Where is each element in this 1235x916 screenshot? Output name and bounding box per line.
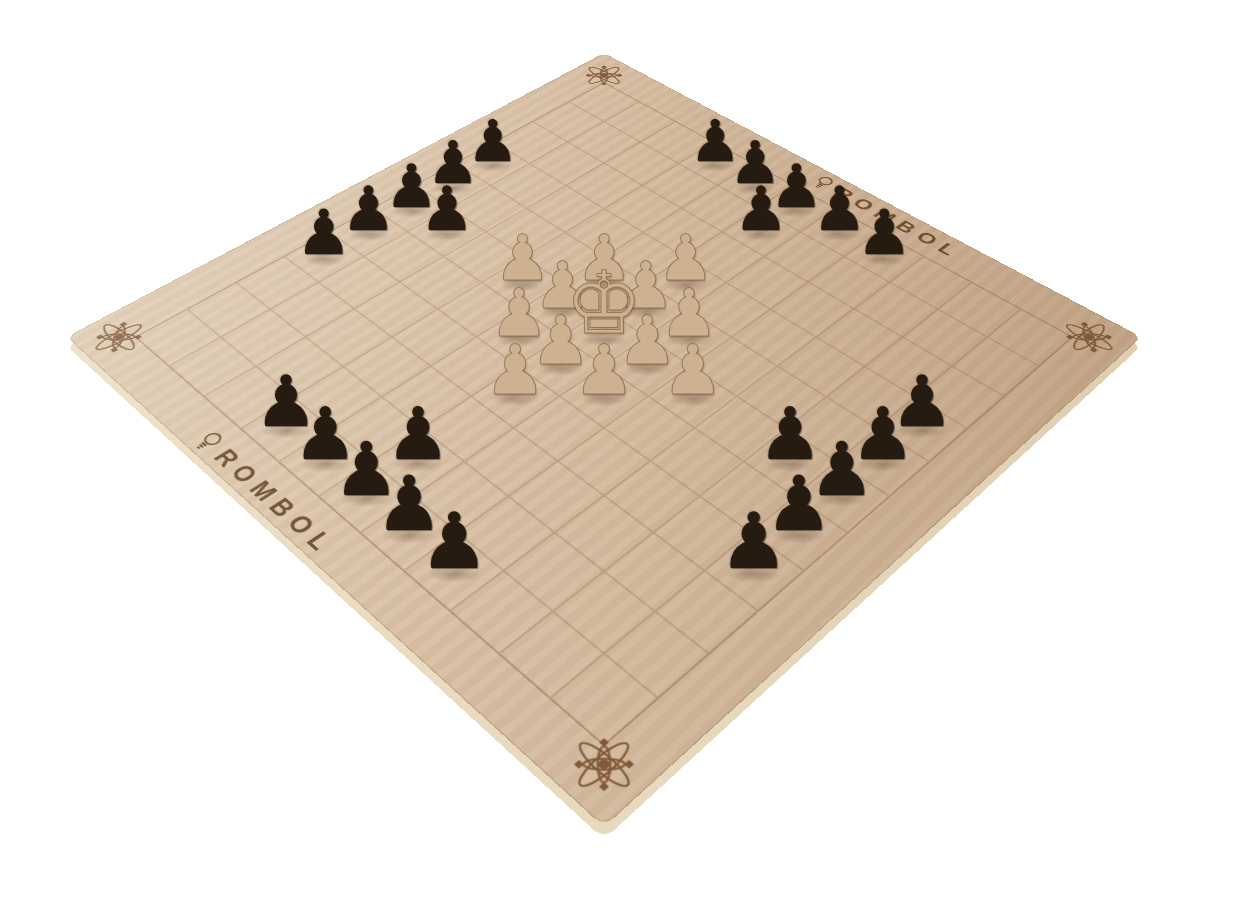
attacker-pawn[interactable]: ♟ — [856, 202, 912, 264]
attacker-pawn[interactable]: ♟ — [734, 179, 789, 240]
product-photo-scene: ROMBOL ROMBOL ♟♟♟♟♟♟♟♟♟♟♟♟♟♟♟♟♟♟♚♟♟♟♟♟♟♟… — [0, 0, 1235, 916]
board-3d-wrapper: ROMBOL ROMBOL — [0, 0, 1235, 916]
defender-pawn[interactable]: ♟ — [573, 336, 635, 405]
defender-pawn[interactable]: ♟ — [662, 336, 724, 405]
corner-rosette-icon — [570, 57, 638, 94]
attacker-pawn[interactable]: ♟ — [420, 179, 475, 240]
attacker-pawn[interactable]: ♟ — [719, 503, 789, 581]
corner-rosette-icon — [1047, 309, 1132, 366]
attacker-pawn[interactable]: ♟ — [296, 202, 352, 264]
defender-pawn[interactable]: ♟ — [484, 336, 546, 405]
corner-rosette-icon — [76, 309, 161, 366]
attacker-pawn[interactable]: ♟ — [419, 503, 489, 581]
game-board: ROMBOL ROMBOL — [67, 53, 1142, 827]
